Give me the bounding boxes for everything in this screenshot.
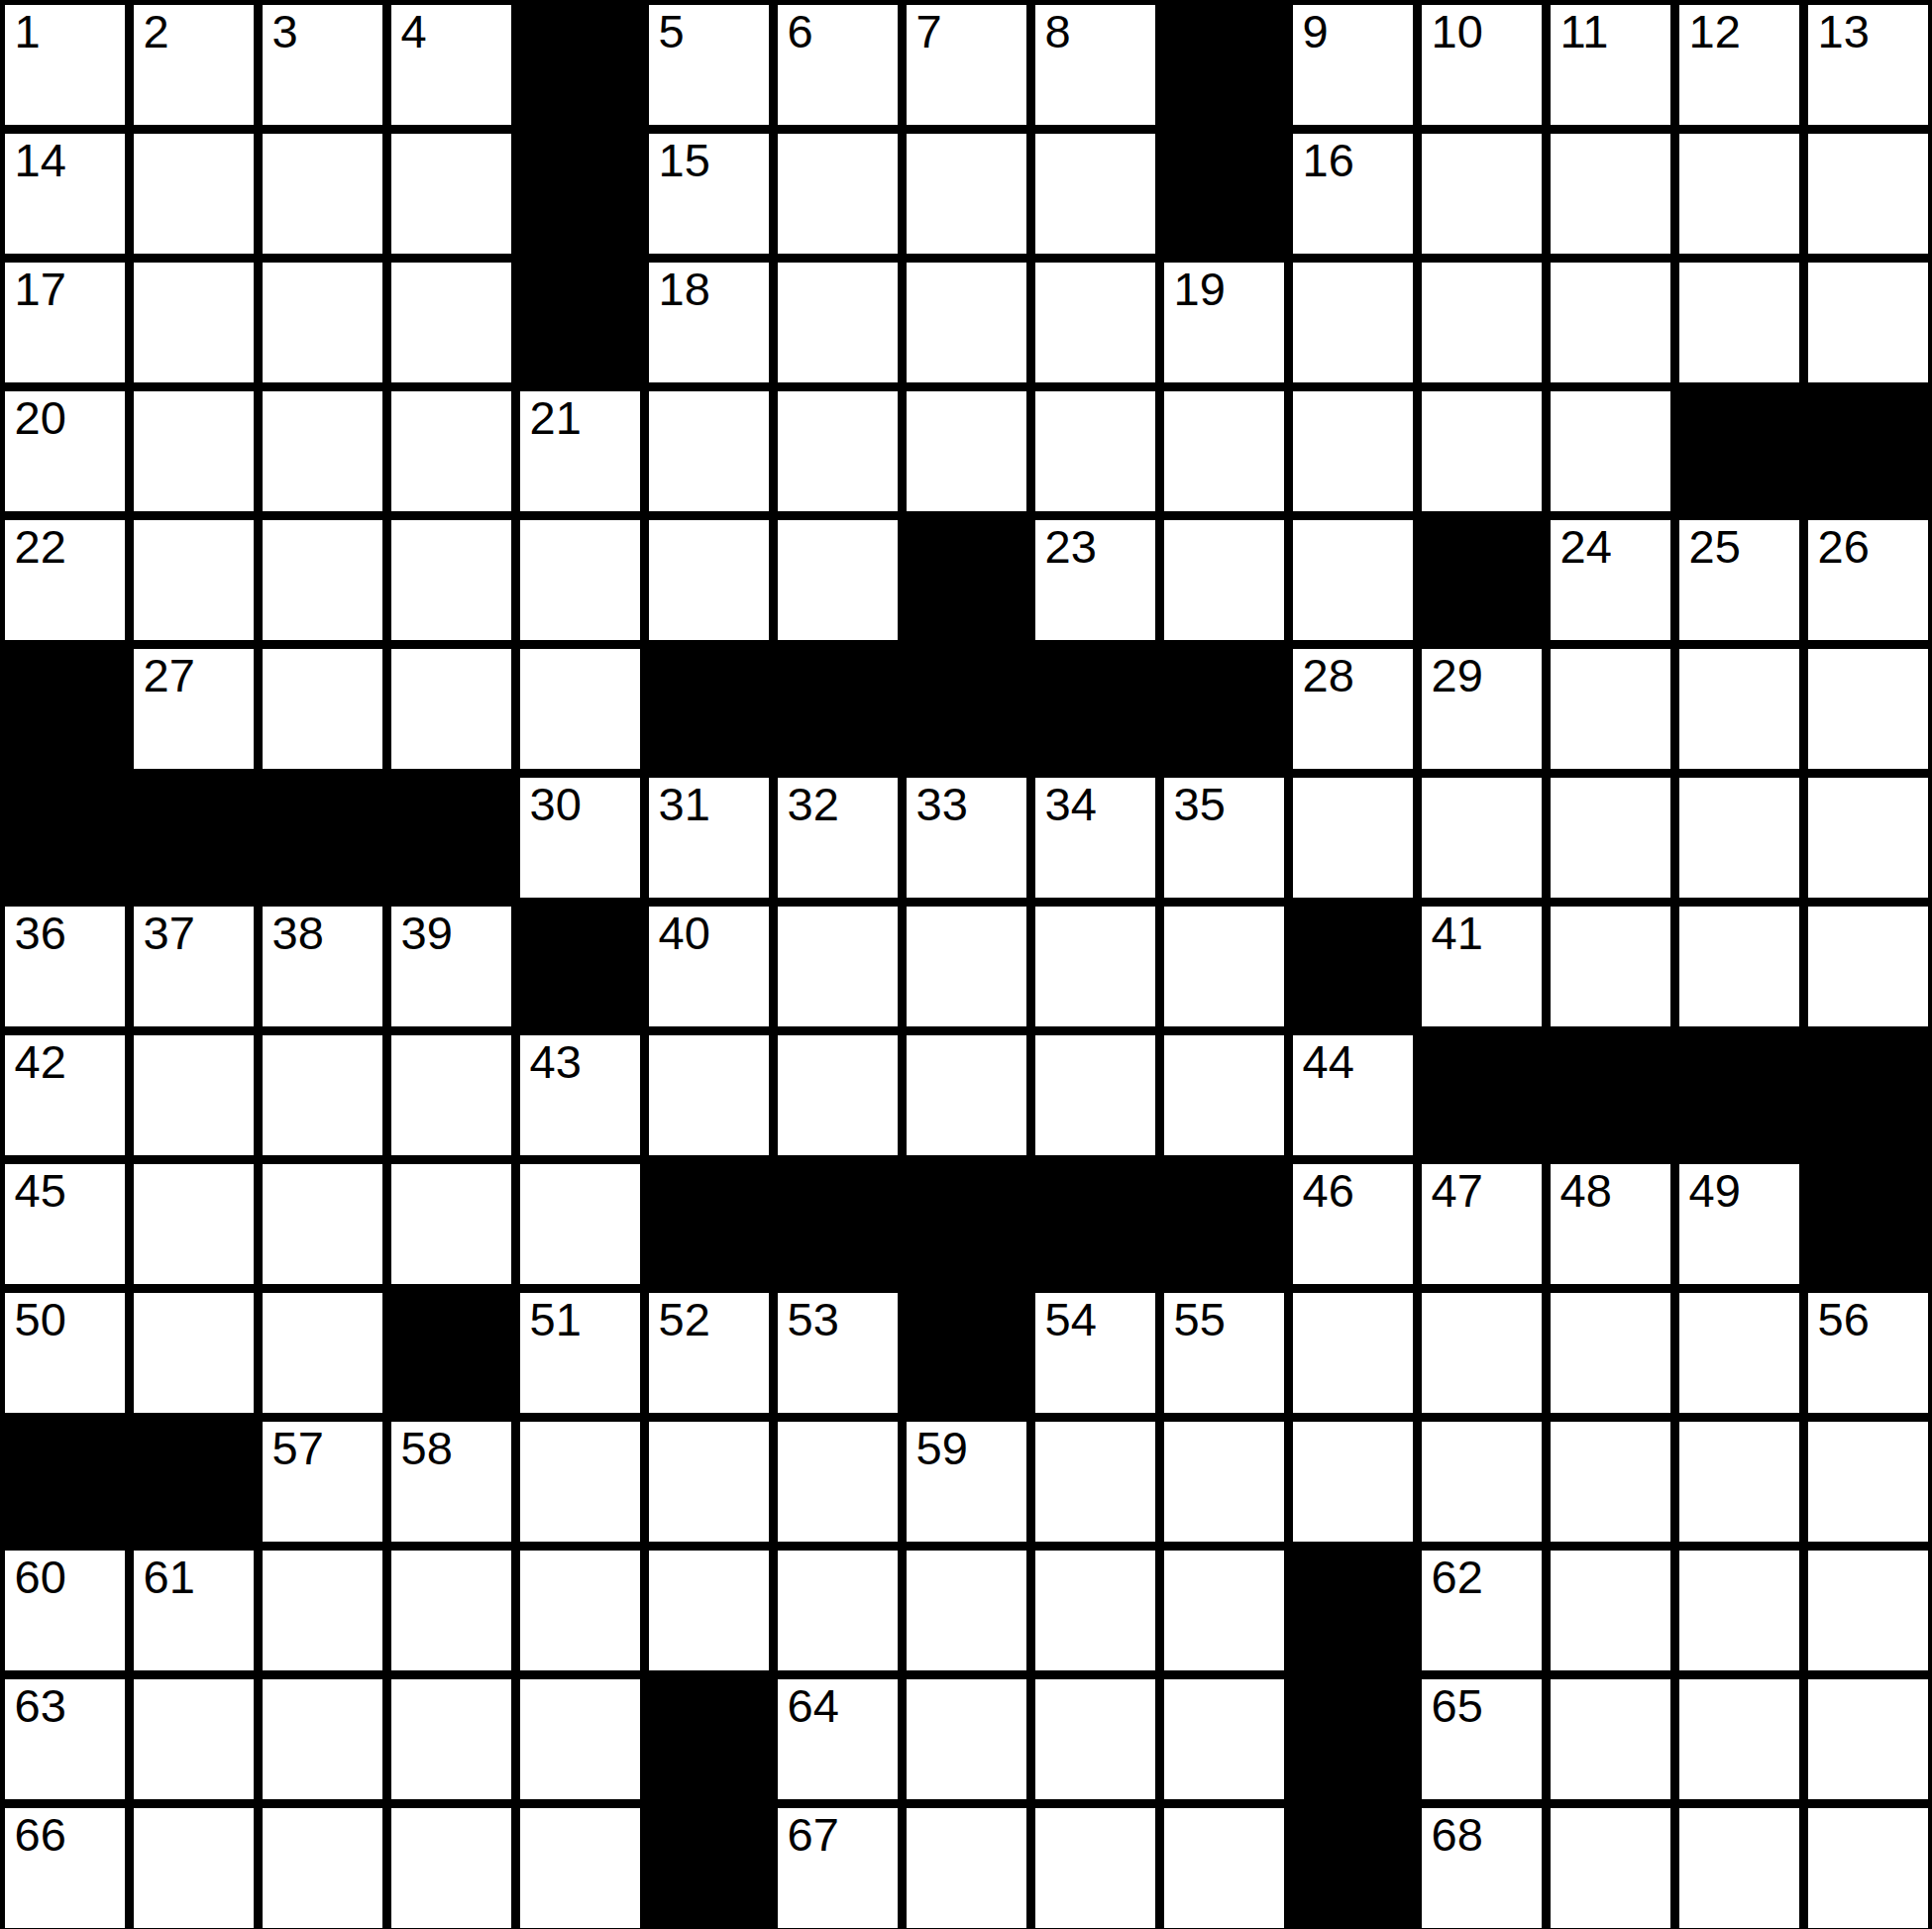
grid-cell[interactable]	[520, 1551, 640, 1670]
grid-cell[interactable]	[520, 520, 640, 640]
grid-cell[interactable]	[1035, 1422, 1155, 1542]
grid-cell[interactable]	[391, 649, 511, 769]
grid-cell[interactable]	[1422, 391, 1542, 511]
grid-cell[interactable]	[1551, 391, 1670, 511]
grid-cell[interactable]	[1551, 263, 1670, 382]
grid-cell[interactable]	[1679, 263, 1799, 382]
grid-cell[interactable]: 13	[1808, 5, 1928, 125]
clue-number: 52	[659, 1296, 710, 1342]
grid-cell[interactable]	[391, 1679, 511, 1799]
black-square	[1679, 1035, 1799, 1155]
grid-cell[interactable]	[649, 1035, 769, 1155]
black-square	[649, 1808, 769, 1928]
clue-number: 11	[1560, 8, 1609, 54]
grid-cell[interactable]: 26	[1808, 520, 1928, 640]
grid-cell[interactable]	[134, 520, 254, 640]
grid-cell[interactable]	[1164, 1422, 1284, 1542]
grid-cell[interactable]	[1808, 1679, 1928, 1799]
grid-cell[interactable]	[778, 134, 898, 254]
clue-number: 44	[1303, 1038, 1354, 1085]
clue-number: 54	[1045, 1296, 1097, 1342]
grid-cell[interactable]: 3	[263, 5, 382, 125]
grid-cell[interactable]	[1164, 1035, 1284, 1155]
grid-cell[interactable]: 68	[1422, 1808, 1542, 1928]
grid-cell[interactable]	[1035, 263, 1155, 382]
grid-cell[interactable]	[649, 1551, 769, 1670]
clue-number: 20	[15, 394, 66, 441]
clue-number: 38	[272, 910, 324, 956]
black-square	[1164, 649, 1284, 769]
grid-cell[interactable]	[1035, 1679, 1155, 1799]
grid-cell[interactable]	[1293, 520, 1413, 640]
clue-number: 9	[1303, 8, 1329, 54]
grid-cell[interactable]	[1551, 1679, 1670, 1799]
clue-number: 60	[15, 1554, 66, 1600]
grid-cell[interactable]	[134, 263, 254, 382]
clue-number: 41	[1432, 910, 1483, 956]
grid-cell[interactable]	[391, 1808, 511, 1928]
grid-cell[interactable]	[778, 1422, 898, 1542]
grid-cell[interactable]	[391, 263, 511, 382]
black-square	[1422, 520, 1542, 640]
grid-cell[interactable]	[907, 263, 1026, 382]
grid-cell[interactable]: 48	[1551, 1164, 1670, 1284]
clue-number: 33	[916, 781, 968, 827]
grid-cell[interactable]: 28	[1293, 649, 1413, 769]
grid-cell[interactable]	[1551, 1808, 1670, 1928]
grid-cell[interactable]	[1679, 649, 1799, 769]
grid-cell[interactable]	[134, 134, 254, 254]
grid-cell[interactable]	[1293, 391, 1413, 511]
clue-number: 67	[788, 1811, 839, 1858]
grid-cell[interactable]	[778, 1551, 898, 1670]
grid-cell[interactable]	[649, 1422, 769, 1542]
clue-number: 63	[15, 1682, 66, 1729]
grid-cell[interactable]	[1808, 778, 1928, 898]
grid-cell[interactable]	[1035, 391, 1155, 511]
grid-cell[interactable]: 54	[1035, 1293, 1155, 1413]
clue-number: 29	[1432, 652, 1483, 698]
grid-cell[interactable]: 10	[1422, 5, 1542, 125]
grid-cell[interactable]	[778, 391, 898, 511]
grid-cell[interactable]	[263, 1164, 382, 1284]
grid-cell[interactable]: 46	[1293, 1164, 1413, 1284]
black-square	[134, 1422, 254, 1542]
grid-cell[interactable]: 9	[1293, 5, 1413, 125]
black-square	[1422, 1035, 1542, 1155]
grid-cell[interactable]: 42	[5, 1035, 125, 1155]
grid-cell[interactable]	[1164, 1551, 1284, 1670]
clue-number: 49	[1689, 1167, 1741, 1214]
black-square	[134, 778, 254, 898]
clue-number: 62	[1432, 1554, 1483, 1600]
grid-cell[interactable]	[907, 1035, 1026, 1155]
grid-cell[interactable]	[520, 1679, 640, 1799]
grid-cell[interactable]	[1679, 1422, 1799, 1542]
grid-cell[interactable]	[391, 1164, 511, 1284]
grid-cell[interactable]: 47	[1422, 1164, 1542, 1284]
black-square	[263, 778, 382, 898]
clue-number: 36	[15, 910, 66, 956]
grid-cell[interactable]: 15	[649, 134, 769, 254]
grid-cell[interactable]	[1422, 263, 1542, 382]
grid-cell[interactable]	[1808, 907, 1928, 1026]
grid-cell[interactable]	[134, 1808, 254, 1928]
grid-cell[interactable]	[263, 391, 382, 511]
black-square	[520, 907, 640, 1026]
grid-cell[interactable]	[1164, 1808, 1284, 1928]
grid-cell[interactable]: 62	[1422, 1551, 1542, 1670]
grid-cell[interactable]	[1293, 778, 1413, 898]
grid-cell[interactable]	[1035, 1808, 1155, 1928]
grid-cell[interactable]	[1551, 907, 1670, 1026]
grid-cell[interactable]	[263, 1293, 382, 1413]
clue-number: 45	[15, 1167, 66, 1214]
grid-cell[interactable]	[1551, 1551, 1670, 1670]
black-square	[1808, 1164, 1928, 1284]
grid-cell[interactable]	[391, 134, 511, 254]
grid-cell[interactable]	[1164, 907, 1284, 1026]
black-square	[1679, 391, 1799, 511]
black-square	[649, 1679, 769, 1799]
clue-number: 15	[659, 137, 710, 183]
black-square	[520, 134, 640, 254]
black-square	[1293, 1679, 1413, 1799]
grid-cell[interactable]: 32	[778, 778, 898, 898]
clue-number: 14	[15, 137, 66, 183]
grid-cell[interactable]: 60	[5, 1551, 125, 1670]
clue-number: 59	[916, 1425, 968, 1471]
black-square	[1293, 1551, 1413, 1670]
black-square	[1551, 1035, 1670, 1155]
black-square	[1164, 134, 1284, 254]
grid-cell[interactable]	[1679, 134, 1799, 254]
grid-cell[interactable]: 11	[1551, 5, 1670, 125]
grid-cell[interactable]	[1808, 1422, 1928, 1542]
clue-number: 24	[1560, 523, 1612, 570]
clue-number: 3	[272, 8, 298, 54]
grid-cell[interactable]	[391, 520, 511, 640]
black-square	[391, 1293, 511, 1413]
grid-cell[interactable]	[1679, 1293, 1799, 1413]
grid-cell[interactable]	[907, 907, 1026, 1026]
clue-number: 39	[401, 910, 453, 956]
black-square	[1035, 649, 1155, 769]
grid-cell[interactable]: 18	[649, 263, 769, 382]
clue-number: 40	[659, 910, 710, 956]
grid-cell[interactable]: 1	[5, 5, 125, 125]
black-square	[778, 1164, 898, 1284]
clue-number: 16	[1303, 137, 1354, 183]
grid-cell[interactable]	[134, 391, 254, 511]
grid-cell[interactable]: 21	[520, 391, 640, 511]
black-square	[1808, 391, 1928, 511]
grid-cell[interactable]	[1422, 1422, 1542, 1542]
grid-cell[interactable]: 7	[907, 5, 1026, 125]
grid-cell[interactable]	[520, 1422, 640, 1542]
black-square	[520, 263, 640, 382]
clue-number: 10	[1432, 8, 1483, 54]
clue-number: 32	[788, 781, 839, 827]
grid-cell[interactable]: 5	[649, 5, 769, 125]
grid-cell[interactable]	[778, 907, 898, 1026]
clue-number: 7	[916, 8, 942, 54]
grid-cell[interactable]	[520, 1808, 640, 1928]
grid-cell[interactable]	[778, 520, 898, 640]
grid-cell[interactable]	[391, 1551, 511, 1670]
black-square	[5, 778, 125, 898]
grid-cell[interactable]	[263, 134, 382, 254]
grid-cell[interactable]	[1808, 649, 1928, 769]
black-square	[1293, 1808, 1413, 1928]
grid-cell[interactable]: 36	[5, 907, 125, 1026]
clue-number: 56	[1818, 1296, 1870, 1342]
grid-cell[interactable]: 16	[1293, 134, 1413, 254]
grid-cell[interactable]	[263, 520, 382, 640]
clue-number: 2	[144, 8, 169, 54]
black-square	[391, 778, 511, 898]
grid-cell[interactable]: 38	[263, 907, 382, 1026]
clue-number: 30	[530, 781, 582, 827]
grid-cell[interactable]	[263, 1551, 382, 1670]
grid-cell[interactable]: 29	[1422, 649, 1542, 769]
grid-cell[interactable]: 45	[5, 1164, 125, 1284]
grid-cell[interactable]: 30	[520, 778, 640, 898]
crossword-board: 1234567891011121314151617181920212223242…	[0, 0, 1932, 1929]
clue-number: 66	[15, 1811, 66, 1858]
grid-cell[interactable]: 20	[5, 391, 125, 511]
grid-cell[interactable]: 25	[1679, 520, 1799, 640]
clue-number: 48	[1560, 1167, 1612, 1214]
grid-cell[interactable]	[907, 391, 1026, 511]
clue-number: 53	[788, 1296, 839, 1342]
crossword-page: 1234567891011121314151617181920212223242…	[0, 0, 1932, 1929]
grid-cell[interactable]	[134, 1293, 254, 1413]
grid-cell[interactable]: 33	[907, 778, 1026, 898]
grid-cell[interactable]	[649, 391, 769, 511]
clue-number: 58	[401, 1425, 453, 1471]
grid-cell[interactable]	[907, 1551, 1026, 1670]
grid-cell[interactable]	[1679, 1551, 1799, 1670]
grid-cell[interactable]	[778, 263, 898, 382]
grid-cell[interactable]	[1808, 1551, 1928, 1670]
clue-number: 19	[1174, 266, 1226, 312]
clue-number: 22	[15, 523, 66, 570]
grid-cell[interactable]	[1293, 263, 1413, 382]
grid-cell[interactable]	[1293, 1293, 1413, 1413]
grid-cell[interactable]: 67	[778, 1808, 898, 1928]
grid-cell[interactable]	[263, 649, 382, 769]
clue-number: 6	[788, 8, 813, 54]
grid-cell[interactable]	[1551, 649, 1670, 769]
clue-number: 68	[1432, 1811, 1483, 1858]
grid-cell[interactable]	[1551, 1422, 1670, 1542]
grid-cell[interactable]	[1551, 778, 1670, 898]
grid-cell[interactable]: 40	[649, 907, 769, 1026]
grid-cell[interactable]	[1808, 134, 1928, 254]
grid-cell[interactable]	[134, 1035, 254, 1155]
clue-number: 37	[144, 910, 195, 956]
clue-number: 55	[1174, 1296, 1226, 1342]
clue-number: 18	[659, 266, 710, 312]
clue-number: 46	[1303, 1167, 1354, 1214]
clue-number: 51	[530, 1296, 582, 1342]
grid-cell[interactable]	[134, 1679, 254, 1799]
grid-cell[interactable]	[1422, 1293, 1542, 1413]
grid-cell[interactable]	[1164, 1679, 1284, 1799]
grid-cell[interactable]: 37	[134, 907, 254, 1026]
grid-cell[interactable]: 58	[391, 1422, 511, 1542]
grid-cell[interactable]	[1293, 1422, 1413, 1542]
grid-cell[interactable]	[520, 1164, 640, 1284]
grid-cell[interactable]	[263, 263, 382, 382]
grid-cell[interactable]: 61	[134, 1551, 254, 1670]
grid-cell[interactable]	[1164, 520, 1284, 640]
clue-number: 5	[659, 8, 685, 54]
clue-number: 17	[15, 266, 66, 312]
grid-cell[interactable]: 49	[1679, 1164, 1799, 1284]
clue-number: 27	[144, 652, 195, 698]
grid-cell[interactable]: 50	[5, 1293, 125, 1413]
black-square	[5, 649, 125, 769]
grid-cell[interactable]: 39	[391, 907, 511, 1026]
black-square	[907, 649, 1026, 769]
black-square	[649, 1164, 769, 1284]
grid-cell[interactable]: 2	[134, 5, 254, 125]
grid-cell[interactable]: 44	[1293, 1035, 1413, 1155]
grid-cell[interactable]: 35	[1164, 778, 1284, 898]
grid-cell[interactable]	[391, 1035, 511, 1155]
grid-cell[interactable]	[1808, 1808, 1928, 1928]
grid-cell[interactable]: 51	[520, 1293, 640, 1413]
grid-cell[interactable]: 22	[5, 520, 125, 640]
grid-cell[interactable]: 12	[1679, 5, 1799, 125]
grid-cell[interactable]	[1679, 907, 1799, 1026]
grid-cell[interactable]	[1551, 1293, 1670, 1413]
clue-number: 8	[1045, 8, 1071, 54]
grid-cell[interactable]: 55	[1164, 1293, 1284, 1413]
black-square	[520, 5, 640, 125]
grid-cell[interactable]	[263, 1808, 382, 1928]
grid-cell[interactable]	[907, 1808, 1026, 1928]
grid-cell[interactable]	[1422, 778, 1542, 898]
grid-cell[interactable]: 57	[263, 1422, 382, 1542]
grid-cell[interactable]: 53	[778, 1293, 898, 1413]
black-square	[1808, 1035, 1928, 1155]
grid-cell[interactable]	[1808, 263, 1928, 382]
grid-cell[interactable]	[1679, 1808, 1799, 1928]
clue-number: 21	[530, 394, 582, 441]
grid-cell[interactable]	[263, 1679, 382, 1799]
grid-cell[interactable]	[1679, 778, 1799, 898]
black-square	[907, 1293, 1026, 1413]
grid-cell[interactable]	[520, 649, 640, 769]
clue-number: 64	[788, 1682, 839, 1729]
grid-cell[interactable]: 14	[5, 134, 125, 254]
clue-number: 4	[401, 8, 427, 54]
clue-number: 50	[15, 1296, 66, 1342]
grid-cell[interactable]	[1035, 134, 1155, 254]
black-square	[907, 520, 1026, 640]
black-square	[1035, 1164, 1155, 1284]
grid-cell[interactable]: 24	[1551, 520, 1670, 640]
clue-number: 1	[15, 8, 41, 54]
grid-cell[interactable]	[907, 1679, 1026, 1799]
grid-cell[interactable]: 8	[1035, 5, 1155, 125]
grid-cell[interactable]: 63	[5, 1679, 125, 1799]
grid-cell[interactable]: 27	[134, 649, 254, 769]
black-square	[5, 1422, 125, 1542]
grid-cell[interactable]: 23	[1035, 520, 1155, 640]
grid-cell[interactable]	[1035, 907, 1155, 1026]
clue-number: 26	[1818, 523, 1870, 570]
clue-number: 57	[272, 1425, 324, 1471]
grid-cell[interactable]: 31	[649, 778, 769, 898]
grid-cell[interactable]	[391, 391, 511, 511]
grid-cell[interactable]	[649, 520, 769, 640]
grid-cell[interactable]	[1035, 1035, 1155, 1155]
black-square	[1293, 907, 1413, 1026]
grid-cell[interactable]	[778, 1035, 898, 1155]
grid-cell[interactable]	[907, 134, 1026, 254]
grid-cell[interactable]	[1164, 391, 1284, 511]
grid-cell[interactable]	[1422, 134, 1542, 254]
black-square	[649, 649, 769, 769]
black-square	[778, 649, 898, 769]
clue-number: 43	[530, 1038, 582, 1085]
grid-cell[interactable]: 56	[1808, 1293, 1928, 1413]
clue-number: 65	[1432, 1682, 1483, 1729]
grid-cell[interactable]	[1035, 1551, 1155, 1670]
black-square	[1164, 1164, 1284, 1284]
grid-cell[interactable]	[134, 1164, 254, 1284]
grid-cell[interactable]: 43	[520, 1035, 640, 1155]
grid-cell[interactable]: 41	[1422, 907, 1542, 1026]
clue-number: 23	[1045, 523, 1097, 570]
grid-cell[interactable]: 52	[649, 1293, 769, 1413]
clue-number: 35	[1174, 781, 1226, 827]
clue-number: 28	[1303, 652, 1354, 698]
grid-cell[interactable]: 59	[907, 1422, 1026, 1542]
grid-cell[interactable]	[263, 1035, 382, 1155]
clue-number: 47	[1432, 1167, 1483, 1214]
grid-cell[interactable]	[1679, 1679, 1799, 1799]
grid-cell[interactable]: 19	[1164, 263, 1284, 382]
clue-number: 34	[1045, 781, 1097, 827]
black-square	[1164, 5, 1284, 125]
grid-cell[interactable]: 4	[391, 5, 511, 125]
clue-number: 42	[15, 1038, 66, 1085]
grid-cell[interactable]: 6	[778, 5, 898, 125]
clue-number: 12	[1689, 8, 1741, 54]
black-square	[907, 1164, 1026, 1284]
grid-cell[interactable]: 34	[1035, 778, 1155, 898]
grid-cell[interactable]: 66	[5, 1808, 125, 1928]
grid-cell[interactable]	[1551, 134, 1670, 254]
grid-cell[interactable]: 64	[778, 1679, 898, 1799]
clue-number: 13	[1818, 8, 1870, 54]
clue-number: 25	[1689, 523, 1741, 570]
grid-cell[interactable]: 65	[1422, 1679, 1542, 1799]
clue-number: 61	[144, 1554, 195, 1600]
clue-number: 31	[659, 781, 710, 827]
grid-cell[interactable]: 17	[5, 263, 125, 382]
